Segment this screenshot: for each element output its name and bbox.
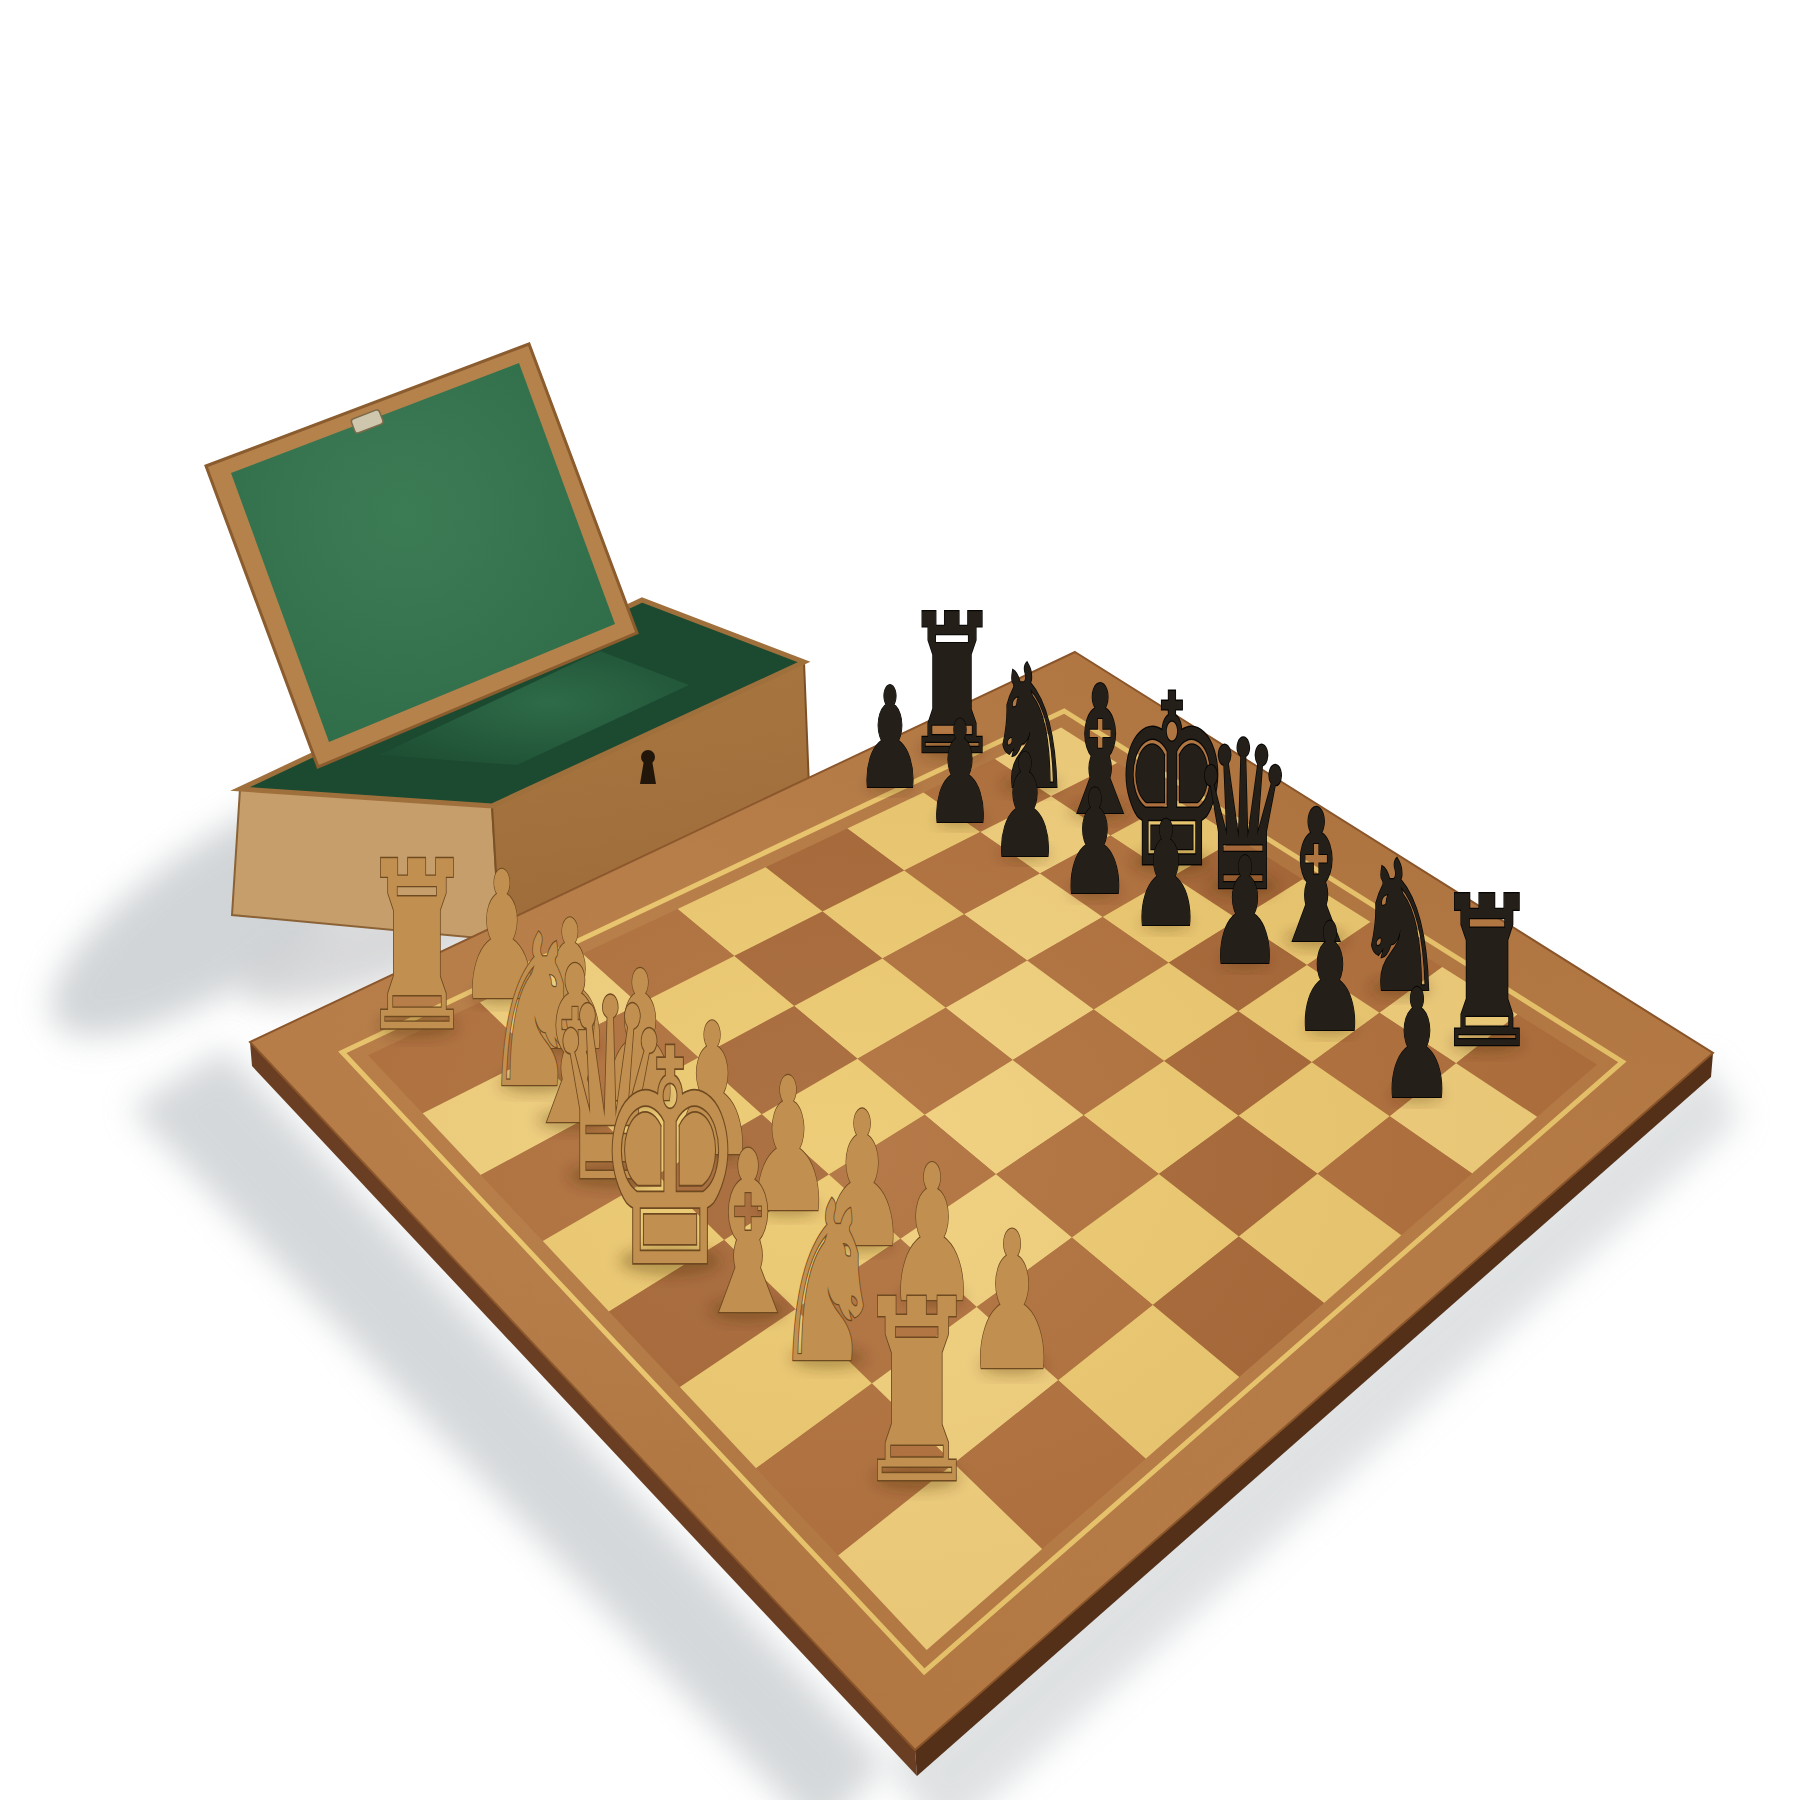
piece-white-rook[interactable]: ♜ [360,811,475,1082]
piece-black-pawn[interactable]: ♟ [855,657,924,821]
piece-white-rook[interactable]: ♜ [855,1246,979,1540]
piece-black-pawn[interactable]: ♟ [1380,957,1454,1133]
piece-black-pawn[interactable]: ♟ [1130,790,1202,960]
piece-black-pawn[interactable]: ♟ [990,723,1061,889]
piece-black-pawn[interactable]: ♟ [1293,891,1367,1066]
chess-set-photo: ♜♞♟♝♟♟♚♛♟♟♝♟♞♟♜♟♜♟♞♟♟♝♟♛♟♟♚♟♝♞♟♜ [0,0,1800,1800]
piece-black-pawn[interactable]: ♟ [925,691,995,856]
piece-black-pawn[interactable]: ♟ [1209,825,1282,997]
piece-black-pawn[interactable]: ♟ [1059,758,1130,928]
scene: ♜♞♟♝♟♟♚♛♟♟♝♟♞♟♜♟♜♟♞♟♟♝♟♛♟♟♚♟♝♞♟♜ Antique… [0,0,1800,1800]
